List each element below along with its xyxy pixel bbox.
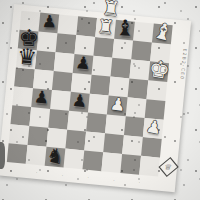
margin-marking: E2B2-CE0 [179, 48, 187, 80]
square-r2c0[interactable]: ♛ [16, 49, 37, 70]
square-r1c7[interactable] [150, 42, 171, 63]
square-r1c6[interactable] [131, 41, 152, 62]
square-r7c0[interactable] [7, 143, 28, 164]
board-grid: ♟♜♝♝♚♛♟♚♟♟♟♟♞ [7, 11, 173, 177]
piece-black-pawn: ♟ [41, 12, 57, 30]
square-r6c0[interactable] [9, 124, 30, 145]
square-r3c7[interactable] [146, 80, 167, 101]
square-r4c1[interactable]: ♟ [31, 88, 52, 109]
square-r2c1[interactable] [35, 50, 56, 71]
board-emblem: ♕ [158, 155, 178, 179]
square-r3c0[interactable] [14, 67, 35, 88]
piece-white-pawn: ♟ [109, 95, 127, 114]
square-r0c0[interactable] [20, 11, 41, 32]
emblem-crown-glyph: ♕ [163, 163, 172, 170]
piece-black-pawn: ♟ [33, 88, 50, 106]
piece-black-pawn: ♟ [71, 91, 88, 109]
square-r4c7[interactable] [145, 99, 166, 120]
square-r5c1[interactable] [29, 107, 50, 128]
square-r7c4[interactable] [82, 150, 103, 171]
piece-black-pawn: ♟ [75, 54, 92, 72]
square-r6c6[interactable] [122, 135, 143, 156]
piece-white-bishop: ♝ [150, 19, 175, 45]
square-r6c2[interactable] [46, 128, 67, 149]
square-r7c1[interactable] [26, 145, 47, 166]
square-r7c7[interactable] [139, 156, 160, 177]
piece-white-pawn: ♟ [144, 117, 162, 137]
square-r7c5[interactable] [101, 152, 122, 173]
square-r5c5[interactable] [105, 114, 126, 135]
square-r1c2[interactable] [56, 33, 77, 54]
square-r3c5[interactable] [109, 77, 130, 98]
square-r1c1[interactable] [37, 31, 58, 52]
square-r7c3[interactable] [64, 149, 85, 170]
square-r4c2[interactable] [50, 90, 71, 111]
square-r0c6[interactable] [133, 22, 154, 43]
square-r1c3[interactable] [74, 35, 95, 56]
square-r0c5[interactable]: ♝ [114, 20, 135, 41]
square-r4c3[interactable]: ♟ [69, 92, 90, 113]
square-r0c2[interactable] [57, 14, 78, 35]
photo-frame: ♟♜♝♝♚♛♟♚♟♟♟♟♞ ♜ ♕ E2B2-CE0 · · · · · · ·… [0, 0, 200, 200]
square-r2c5[interactable] [110, 58, 131, 79]
square-r6c3[interactable] [65, 130, 86, 151]
square-r2c3[interactable]: ♟ [73, 54, 94, 75]
square-r6c5[interactable] [103, 133, 124, 154]
square-r0c4[interactable]: ♜ [95, 18, 116, 39]
offboard-white-rook[interactable]: ♜ [101, 0, 121, 19]
square-r4c4[interactable] [88, 94, 109, 115]
chess-board: ♟♜♝♝♚♛♟♚♟♟♟♟♞ ♜ ♕ E2B2-CE0 · · · · · · ·… [0, 4, 191, 192]
square-r2c6[interactable] [129, 59, 150, 80]
square-r3c3[interactable] [71, 73, 92, 94]
square-r5c3[interactable] [67, 111, 88, 132]
square-r2c7[interactable]: ♚ [148, 61, 169, 82]
square-r5c7[interactable]: ♟ [143, 118, 164, 139]
crown-emblem-icon: ♕ [158, 157, 178, 177]
square-r1c5[interactable] [112, 39, 133, 60]
square-r0c7[interactable]: ♝ [152, 23, 173, 44]
square-r4c5[interactable]: ♟ [107, 95, 128, 116]
square-r1c0[interactable]: ♚ [18, 30, 39, 51]
square-r6c1[interactable] [28, 126, 49, 147]
square-r3c1[interactable] [33, 69, 54, 90]
square-r1c4[interactable] [93, 37, 114, 58]
table-smudge [0, 142, 5, 169]
square-r3c2[interactable] [52, 71, 73, 92]
square-r0c3[interactable] [76, 16, 97, 37]
square-r7c2[interactable]: ♞ [45, 147, 66, 168]
square-r7c6[interactable] [120, 154, 141, 175]
square-r4c0[interactable] [12, 86, 33, 107]
square-r5c2[interactable] [48, 109, 69, 130]
square-r2c4[interactable] [92, 56, 113, 77]
square-r0c1[interactable]: ♟ [38, 13, 59, 34]
square-r2c2[interactable] [54, 52, 75, 73]
square-r4c6[interactable] [126, 97, 147, 118]
square-r6c7[interactable] [141, 137, 162, 158]
square-r3c4[interactable] [90, 75, 111, 96]
square-r5c6[interactable] [124, 116, 145, 137]
square-r3c6[interactable] [128, 78, 149, 99]
square-r5c0[interactable] [10, 105, 31, 126]
square-r5c4[interactable] [86, 113, 107, 134]
square-r6c4[interactable] [84, 131, 105, 152]
